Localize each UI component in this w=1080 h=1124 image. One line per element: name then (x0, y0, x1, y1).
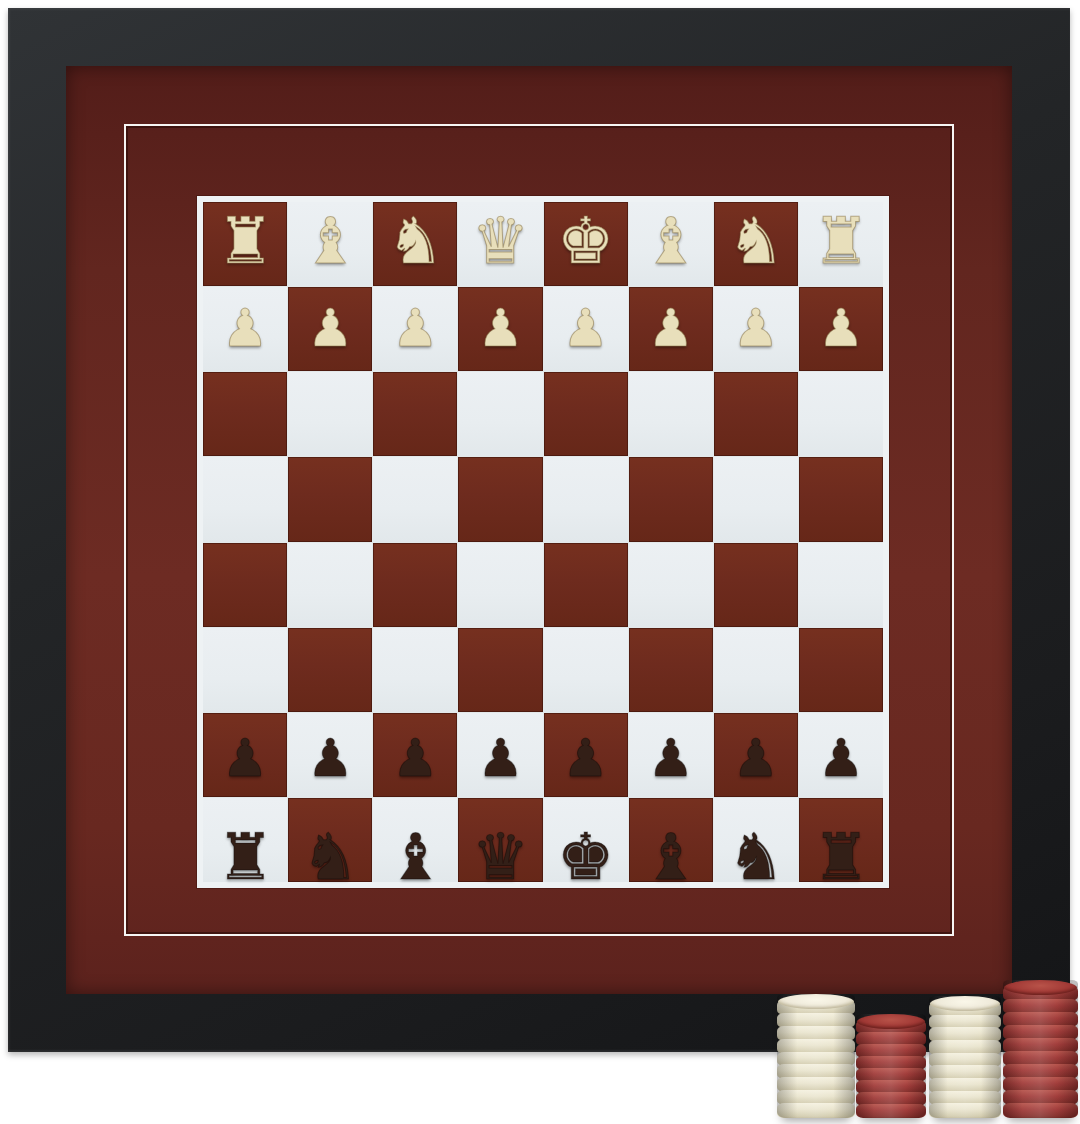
piece-black-P[interactable]: ♟ (307, 732, 354, 784)
square-c1[interactable]: ♝ (373, 798, 457, 882)
piece-black-P[interactable]: ♟ (222, 732, 269, 784)
square-a3[interactable] (203, 628, 287, 712)
square-h7[interactable]: ♟ (799, 287, 883, 371)
square-d4[interactable] (458, 543, 542, 627)
square-d8[interactable]: ♛ (458, 202, 542, 286)
piece-white-Q[interactable]: ♛ (472, 209, 529, 273)
square-g1[interactable]: ♞ (714, 798, 798, 882)
piece-black-N[interactable]: ♞ (727, 825, 784, 889)
square-e7[interactable]: ♟ (544, 287, 628, 371)
piece-black-Q[interactable]: ♛ (472, 825, 529, 889)
square-e8[interactable]: ♚ (544, 202, 628, 286)
piece-white-P[interactable]: ♟ (222, 302, 269, 354)
square-e5[interactable] (544, 457, 628, 541)
square-b7[interactable]: ♟ (288, 287, 372, 371)
board-grid: ♜♝♞♛♚♝♞♜♟♟♟♟♟♟♟♟♟♟♟♟♟♟♟♟♜♞♝♛♚♝♞♜ (203, 202, 883, 882)
checker-top-face (857, 1014, 925, 1029)
square-f1[interactable]: ♝ (629, 798, 713, 882)
square-d5[interactable] (458, 457, 542, 541)
square-h6[interactable] (799, 372, 883, 456)
square-e3[interactable] (544, 628, 628, 712)
piece-black-P[interactable]: ♟ (818, 732, 865, 784)
square-c7[interactable]: ♟ (373, 287, 457, 371)
square-c5[interactable] (373, 457, 457, 541)
square-c8[interactable]: ♞ (373, 202, 457, 286)
square-g4[interactable] (714, 543, 798, 627)
square-b1[interactable]: ♞ (288, 798, 372, 882)
square-g6[interactable] (714, 372, 798, 456)
piece-black-R[interactable]: ♜ (216, 825, 273, 889)
piece-white-R[interactable]: ♜ (216, 209, 273, 273)
square-e1[interactable]: ♚ (544, 798, 628, 882)
square-b3[interactable] (288, 628, 372, 712)
checker-disc (929, 1103, 1001, 1118)
square-a4[interactable] (203, 543, 287, 627)
square-f7[interactable]: ♟ (629, 287, 713, 371)
square-c4[interactable] (373, 543, 457, 627)
square-d2[interactable]: ♟ (458, 713, 542, 797)
piece-white-N[interactable]: ♞ (727, 209, 784, 273)
piece-black-P[interactable]: ♟ (477, 732, 524, 784)
square-h8[interactable]: ♜ (799, 202, 883, 286)
piece-white-P[interactable]: ♟ (307, 302, 354, 354)
piece-white-B[interactable]: ♝ (302, 209, 359, 273)
square-b8[interactable]: ♝ (288, 202, 372, 286)
piece-black-B[interactable]: ♝ (642, 825, 699, 889)
piece-black-B[interactable]: ♝ (387, 825, 444, 889)
square-c6[interactable] (373, 372, 457, 456)
chess-board: ♜♝♞♛♚♝♞♜♟♟♟♟♟♟♟♟♟♟♟♟♟♟♟♟♜♞♝♛♚♝♞♜ (197, 196, 889, 888)
square-b5[interactable] (288, 457, 372, 541)
piece-black-P[interactable]: ♟ (647, 732, 694, 784)
square-b2[interactable]: ♟ (288, 713, 372, 797)
square-e2[interactable]: ♟ (544, 713, 628, 797)
square-a6[interactable] (203, 372, 287, 456)
square-a1[interactable]: ♜ (203, 798, 287, 882)
checker-stack-red-2[interactable] (856, 1014, 926, 1118)
square-g7[interactable]: ♟ (714, 287, 798, 371)
square-d1[interactable]: ♛ (458, 798, 542, 882)
square-a5[interactable] (203, 457, 287, 541)
checker-disc (856, 1104, 926, 1118)
square-g3[interactable] (714, 628, 798, 712)
square-b6[interactable] (288, 372, 372, 456)
square-a2[interactable]: ♟ (203, 713, 287, 797)
square-h4[interactable] (799, 543, 883, 627)
square-f6[interactable] (629, 372, 713, 456)
square-h5[interactable] (799, 457, 883, 541)
piece-white-R[interactable]: ♜ (812, 209, 869, 273)
piece-white-P[interactable]: ♟ (392, 302, 439, 354)
checker-disc (777, 1103, 855, 1118)
piece-white-P[interactable]: ♟ (733, 302, 780, 354)
square-b4[interactable] (288, 543, 372, 627)
square-h1[interactable]: ♜ (799, 798, 883, 882)
piece-white-B[interactable]: ♝ (642, 209, 699, 273)
square-f4[interactable] (629, 543, 713, 627)
square-h3[interactable] (799, 628, 883, 712)
checker-stack-red-4[interactable] (1003, 980, 1078, 1118)
piece-black-N[interactable]: ♞ (302, 825, 359, 889)
product-photo-scene: ♜♝♞♛♚♝♞♜♟♟♟♟♟♟♟♟♟♟♟♟♟♟♟♟♜♞♝♛♚♝♞♜ (0, 0, 1080, 1124)
piece-white-P[interactable]: ♟ (647, 302, 694, 354)
square-a8[interactable]: ♜ (203, 202, 287, 286)
square-g5[interactable] (714, 457, 798, 541)
square-f2[interactable]: ♟ (629, 713, 713, 797)
square-d3[interactable] (458, 628, 542, 712)
square-c3[interactable] (373, 628, 457, 712)
piece-white-P[interactable]: ♟ (818, 302, 865, 354)
square-h2[interactable]: ♟ (799, 713, 883, 797)
piece-white-N[interactable]: ♞ (387, 209, 444, 273)
square-e4[interactable] (544, 543, 628, 627)
square-f5[interactable] (629, 457, 713, 541)
square-a7[interactable]: ♟ (203, 287, 287, 371)
piece-white-P[interactable]: ♟ (477, 302, 524, 354)
square-c2[interactable]: ♟ (373, 713, 457, 797)
checker-top-face (778, 994, 854, 1009)
piece-white-K[interactable]: ♚ (557, 209, 614, 273)
square-e6[interactable] (544, 372, 628, 456)
square-g2[interactable]: ♟ (714, 713, 798, 797)
checker-top-face (1004, 980, 1077, 995)
square-f8[interactable]: ♝ (629, 202, 713, 286)
square-g8[interactable]: ♞ (714, 202, 798, 286)
piece-black-P[interactable]: ♟ (392, 732, 439, 784)
piece-black-P[interactable]: ♟ (562, 732, 609, 784)
checker-stack-cream-1[interactable] (777, 994, 855, 1118)
square-f3[interactable] (629, 628, 713, 712)
checker-stack-cream-3[interactable] (929, 996, 1001, 1118)
piece-black-P[interactable]: ♟ (733, 732, 780, 784)
checker-disc (1003, 1103, 1078, 1118)
square-d7[interactable]: ♟ (458, 287, 542, 371)
piece-black-K[interactable]: ♚ (557, 825, 614, 889)
piece-white-P[interactable]: ♟ (562, 302, 609, 354)
square-d6[interactable] (458, 372, 542, 456)
checker-top-face (930, 996, 1000, 1011)
piece-black-R[interactable]: ♜ (812, 825, 869, 889)
